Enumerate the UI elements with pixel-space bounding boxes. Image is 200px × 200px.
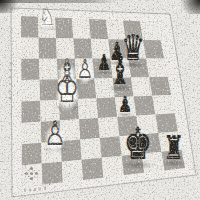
square-e5[interactable] bbox=[96, 97, 117, 118]
piece-black-rook-h8[interactable]: ♜ bbox=[163, 131, 184, 164]
piece-white-pawn-b7[interactable]: ♙ bbox=[44, 116, 66, 150]
square-c1[interactable] bbox=[55, 18, 73, 39]
piece-white-king-c5[interactable]: ♔ bbox=[55, 70, 80, 108]
square-a5[interactable] bbox=[22, 101, 41, 123]
square-a6[interactable] bbox=[22, 122, 42, 145]
square-a4[interactable] bbox=[21, 80, 40, 102]
piece-black-bishop-f4[interactable]: ♝ bbox=[109, 55, 131, 89]
square-a1[interactable] bbox=[21, 16, 39, 38]
square-h3[interactable] bbox=[146, 59, 167, 78]
piece-black-king-f8[interactable]: ♚ bbox=[124, 122, 152, 166]
square-a3[interactable] bbox=[21, 59, 39, 80]
square-b2[interactable] bbox=[39, 38, 57, 59]
chessboard-photo: ♘♗♔♙♙♟♟♝♛♟♚♜ bbox=[0, 0, 200, 200]
square-e8[interactable] bbox=[102, 156, 124, 178]
square-d1[interactable] bbox=[72, 18, 91, 39]
square-g5[interactable] bbox=[134, 96, 156, 116]
square-b8[interactable] bbox=[42, 162, 63, 185]
square-d6[interactable] bbox=[79, 118, 100, 139]
square-e7[interactable] bbox=[100, 136, 122, 157]
square-a2[interactable] bbox=[21, 37, 39, 58]
square-a8[interactable] bbox=[22, 164, 43, 187]
board-logo-stamp bbox=[30, 172, 33, 175]
piece-white-knight-b1[interactable]: ♘ bbox=[39, 4, 55, 29]
square-e1[interactable] bbox=[89, 19, 108, 39]
square-h2[interactable] bbox=[143, 40, 164, 59]
square-d8[interactable] bbox=[82, 158, 104, 180]
square-d7[interactable] bbox=[80, 138, 101, 160]
photo-edge-shadow bbox=[0, 0, 118, 3]
square-c8[interactable] bbox=[62, 160, 83, 183]
square-e6[interactable] bbox=[98, 117, 119, 138]
square-h4[interactable] bbox=[149, 77, 171, 96]
square-g4[interactable] bbox=[131, 77, 152, 96]
piece-black-pawn-f5[interactable]: ♟ bbox=[118, 94, 132, 116]
square-a7[interactable] bbox=[22, 143, 42, 166]
chessboard bbox=[0, 0, 200, 200]
square-h5[interactable] bbox=[152, 95, 174, 115]
